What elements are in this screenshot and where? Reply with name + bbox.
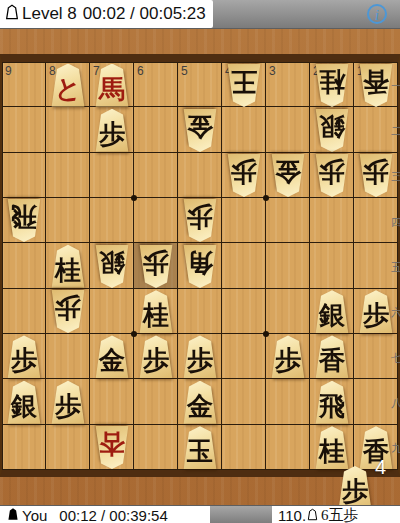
player-time: 00:12 / 00:39:54 bbox=[59, 507, 167, 523]
piece-香-2七[interactable]: 香 bbox=[313, 335, 351, 378]
black-piece-icon bbox=[7, 507, 19, 523]
white-piece-icon bbox=[307, 507, 318, 523]
square-8二[interactable] bbox=[46, 107, 90, 152]
piece-歩-5四[interactable]: 歩 bbox=[181, 199, 219, 242]
piece-kanji: 銀 bbox=[319, 302, 345, 328]
piece-歩-7二[interactable]: 歩 bbox=[93, 109, 131, 152]
piece-kanji: 歩 bbox=[231, 159, 257, 185]
piece-桂-2一[interactable]: 桂 bbox=[313, 64, 351, 107]
hand-pawn-count: 4 bbox=[375, 456, 386, 479]
piece-kanji: 銀 bbox=[11, 393, 37, 419]
piece-kanji: 馬 bbox=[99, 76, 125, 102]
opponent-label: Level 8 bbox=[22, 4, 77, 24]
square-6二[interactable] bbox=[134, 107, 178, 152]
piece-kanji: 金 bbox=[275, 159, 301, 185]
piece-kanji: 王 bbox=[231, 69, 257, 95]
square-9五[interactable] bbox=[2, 243, 46, 288]
piece-kanji: 飛 bbox=[11, 204, 37, 230]
rank-label-八: 八 bbox=[391, 396, 400, 411]
piece-kanji: 桂 bbox=[319, 69, 345, 95]
square-4七[interactable] bbox=[222, 334, 266, 379]
piece-玉-5九[interactable]: 玉 bbox=[181, 426, 219, 469]
move-number: 110. bbox=[278, 507, 306, 523]
square-8四[interactable] bbox=[46, 198, 90, 243]
piece-kanji: 歩 bbox=[11, 347, 37, 373]
square-4四[interactable] bbox=[222, 198, 266, 243]
piece-歩-2三[interactable]: 歩 bbox=[313, 154, 351, 197]
piece-金-7七[interactable]: 金 bbox=[93, 335, 131, 378]
piece-kanji: 歩 bbox=[319, 159, 345, 185]
info-button[interactable]: i bbox=[367, 4, 387, 24]
piece-kanji: 桂 bbox=[143, 302, 169, 328]
square-8三[interactable] bbox=[46, 153, 90, 198]
piece-kanji: 杏 bbox=[99, 431, 125, 457]
piece-歩-9七[interactable]: 歩 bbox=[5, 335, 43, 378]
piece-kanji: 香 bbox=[363, 69, 389, 95]
file-label-6: 6 bbox=[137, 64, 144, 78]
square-9三[interactable] bbox=[2, 153, 46, 198]
shogi-board: 987654321と馬王桂香歩金銀歩金歩歩飛歩桂銀歩角歩桂銀歩歩金歩歩歩香銀歩金… bbox=[0, 54, 400, 477]
piece-kanji: 歩 bbox=[363, 302, 389, 328]
piece-歩-8八[interactable]: 歩 bbox=[49, 381, 87, 424]
shogi-app-screen: Level 8 00:02 / 00:05:23 i 987654321と馬王桂… bbox=[0, 0, 400, 523]
opponent-status-bar: Level 8 00:02 / 00:05:23 i bbox=[0, 0, 400, 29]
piece-kanji: 歩 bbox=[143, 347, 169, 373]
piece-銀-2六[interactable]: 銀 bbox=[313, 290, 351, 333]
piece-kanji: 玉 bbox=[187, 438, 213, 464]
opponent-time: 00:02 / 00:05:23 bbox=[83, 4, 206, 24]
square-2五[interactable] bbox=[310, 243, 354, 288]
piece-桂-6六[interactable]: 桂 bbox=[137, 290, 175, 333]
square-3八[interactable] bbox=[266, 379, 310, 424]
square-9六[interactable] bbox=[2, 289, 46, 334]
square-3二[interactable] bbox=[266, 107, 310, 152]
piece-kanji: 歩 bbox=[55, 393, 81, 419]
rank-label-四: 四 bbox=[391, 215, 400, 230]
opponent-clock-box: Level 8 00:02 / 00:05:23 bbox=[0, 0, 213, 28]
square-7八[interactable] bbox=[90, 379, 134, 424]
piece-kanji: 歩 bbox=[187, 347, 213, 373]
square-6四[interactable] bbox=[134, 198, 178, 243]
piece-歩-1六[interactable]: 歩 bbox=[357, 290, 395, 333]
piece-角-5五[interactable]: 角 bbox=[181, 245, 219, 288]
piece-金-5二[interactable]: 金 bbox=[181, 109, 219, 152]
piece-kanji: 桂 bbox=[319, 438, 345, 464]
square-4二[interactable] bbox=[222, 107, 266, 152]
piece-kanji: と bbox=[55, 76, 82, 102]
piece-歩-6五[interactable]: 歩 bbox=[137, 245, 175, 288]
piece-kanji: 銀 bbox=[319, 114, 345, 140]
piece-歩-5七[interactable]: 歩 bbox=[181, 335, 219, 378]
piece-kanji: 歩 bbox=[99, 121, 125, 147]
square-3六[interactable] bbox=[266, 289, 310, 334]
square-2四[interactable] bbox=[310, 198, 354, 243]
piece-王-4一[interactable]: 王 bbox=[225, 64, 263, 107]
piece-金-5八[interactable]: 金 bbox=[181, 381, 219, 424]
hand-pawn-kanji: 歩 bbox=[342, 478, 368, 504]
piece-桂-8五[interactable]: 桂 bbox=[49, 245, 87, 288]
piece-歩-8六[interactable]: 歩 bbox=[49, 290, 87, 333]
last-move-text: 6五歩 bbox=[321, 506, 359, 523]
square-4五[interactable] bbox=[222, 243, 266, 288]
piece-馬-7一[interactable]: 馬 bbox=[93, 64, 131, 107]
square-3九[interactable] bbox=[266, 425, 310, 470]
piece-kanji: 飛 bbox=[319, 393, 345, 419]
last-move-box: 110. 6五歩 bbox=[272, 506, 400, 523]
square-4八[interactable] bbox=[222, 379, 266, 424]
square-8九[interactable] bbox=[46, 425, 90, 470]
piece-kanji: 角 bbox=[187, 250, 213, 276]
piece-kanji: 桂 bbox=[55, 257, 81, 283]
square-7三[interactable] bbox=[90, 153, 134, 198]
rank-label-九: 九 bbox=[391, 441, 400, 456]
player-clock-box: You 00:12 / 00:39:54 bbox=[0, 506, 210, 523]
piece-kanji: 歩 bbox=[275, 347, 301, 373]
hand-piece-pawn[interactable]: 歩 bbox=[336, 466, 374, 509]
square-4六[interactable] bbox=[222, 289, 266, 334]
piece-kanji: 歩 bbox=[143, 250, 169, 276]
square-5六[interactable] bbox=[178, 289, 222, 334]
rank-label-三: 三 bbox=[391, 169, 400, 184]
piece-kanji: 歩 bbox=[363, 159, 389, 185]
square-3五[interactable] bbox=[266, 243, 310, 288]
piece-杏-7九[interactable]: 杏 bbox=[93, 426, 131, 469]
square-7六[interactable] bbox=[90, 289, 134, 334]
square-3四[interactable] bbox=[266, 198, 310, 243]
file-label-5: 5 bbox=[181, 64, 188, 78]
piece-飛-2八[interactable]: 飛 bbox=[313, 381, 351, 424]
piece-kanji: 歩 bbox=[187, 204, 213, 230]
piece-銀-2二[interactable]: 銀 bbox=[313, 109, 351, 152]
piece-銀-9八[interactable]: 銀 bbox=[5, 381, 43, 424]
square-6九[interactable] bbox=[134, 425, 178, 470]
rank-label-一: 一 bbox=[391, 79, 400, 94]
piece-歩-4三[interactable]: 歩 bbox=[225, 154, 263, 197]
piece-kanji: 金 bbox=[99, 347, 125, 373]
piece-と-8一[interactable]: と bbox=[49, 64, 87, 107]
star-point bbox=[131, 195, 137, 201]
piece-kanji: 香 bbox=[319, 347, 345, 373]
square-6八[interactable] bbox=[134, 379, 178, 424]
piece-kanji: 金 bbox=[187, 114, 213, 140]
piece-歩-6七[interactable]: 歩 bbox=[137, 335, 175, 378]
rank-label-六: 六 bbox=[391, 305, 400, 320]
file-label-3: 3 bbox=[269, 64, 276, 78]
piece-kanji: 歩 bbox=[55, 295, 81, 321]
file-label-9: 9 bbox=[5, 64, 12, 78]
piece-kanji: 金 bbox=[187, 393, 213, 419]
white-piece-icon bbox=[5, 4, 19, 25]
player-label: You bbox=[22, 507, 47, 523]
square-6三[interactable] bbox=[134, 153, 178, 198]
piece-kanji: 銀 bbox=[99, 250, 125, 276]
piece-香-1一[interactable]: 香 bbox=[357, 64, 395, 107]
rank-label-五: 五 bbox=[391, 260, 400, 275]
rank-label-七: 七 bbox=[391, 351, 400, 366]
piece-金-3三[interactable]: 金 bbox=[269, 154, 307, 197]
square-4九[interactable] bbox=[222, 425, 266, 470]
square-9九[interactable] bbox=[2, 425, 46, 470]
square-7四[interactable] bbox=[90, 198, 134, 243]
square-5三[interactable] bbox=[178, 153, 222, 198]
player-status-bar: You 00:12 / 00:39:54 110. 6五歩 bbox=[0, 505, 400, 523]
piece-銀-7五[interactable]: 銀 bbox=[93, 245, 131, 288]
square-9二[interactable] bbox=[2, 107, 46, 152]
piece-歩-3七[interactable]: 歩 bbox=[269, 335, 307, 378]
rank-label-二: 二 bbox=[391, 124, 400, 139]
piece-桂-2九[interactable]: 桂 bbox=[313, 426, 351, 469]
square-8七[interactable] bbox=[46, 334, 90, 379]
piece-歩-1三[interactable]: 歩 bbox=[357, 154, 395, 197]
piece-飛-9四[interactable]: 飛 bbox=[5, 199, 43, 242]
